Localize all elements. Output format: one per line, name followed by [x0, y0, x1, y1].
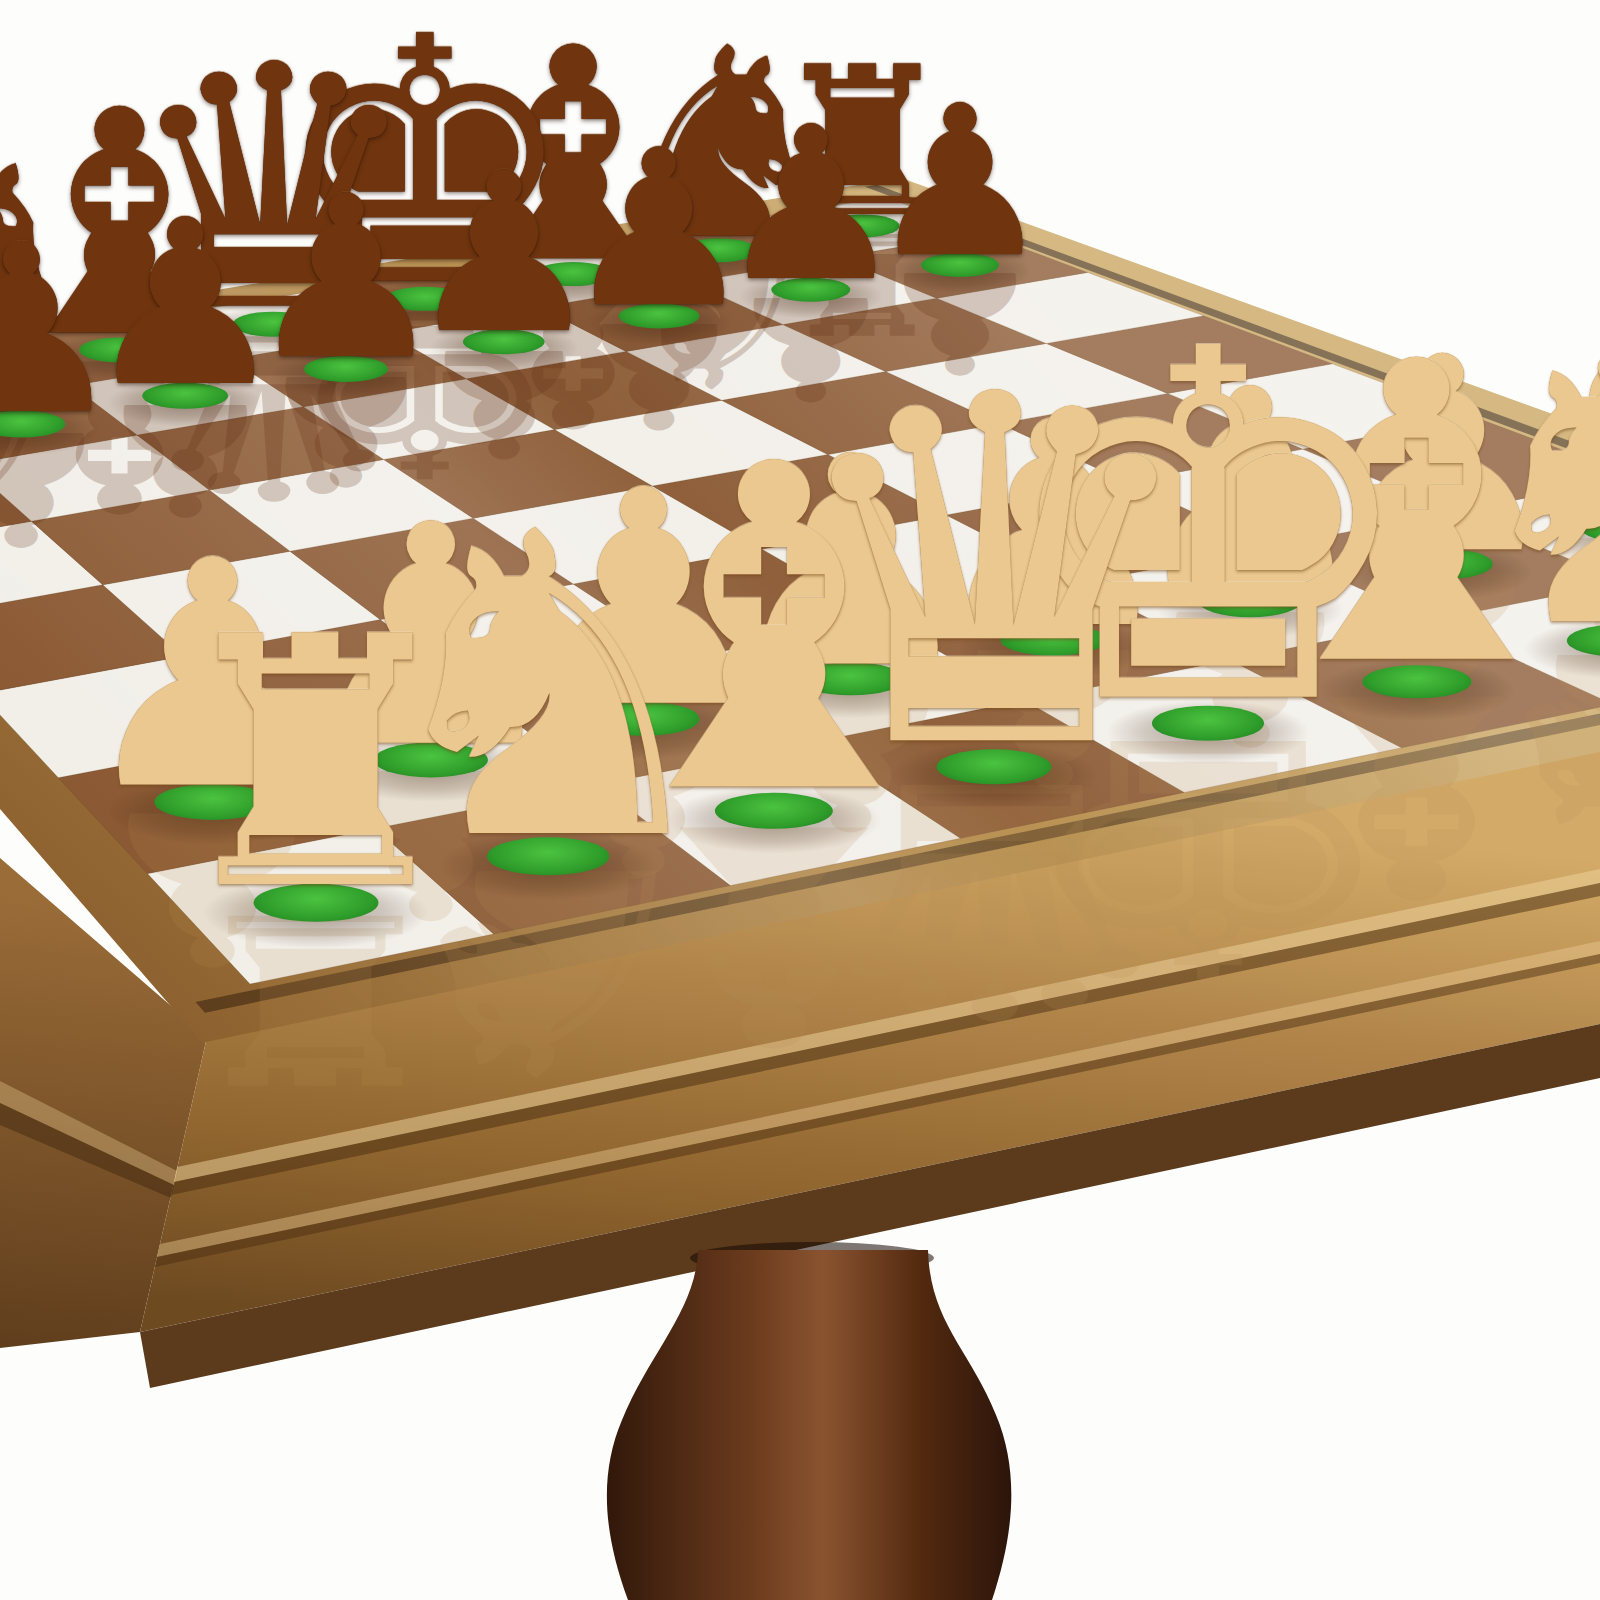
piece-white-R-a1[interactable]: ♜: [161, 593, 470, 938]
chess-table-photo: ♜♜♞♞♝♝♛♛♚♚♝♝♞♞♟♟♟♟♟♟♟♟♟♟♟♟♟♟♟♟♟♟♟♟♟♟♟♟♟♟…: [0, 0, 1600, 1600]
piece-black-P-b7[interactable]: ♟: [0, 214, 126, 447]
pieces-layer: ♜♜♞♞♝♝♛♛♚♚♝♝♞♞♟♟♟♟♟♟♟♟♟♟♟♟♟♟♟♟♟♟♟♟♟♟♟♟♟♟…: [0, 0, 1600, 1600]
